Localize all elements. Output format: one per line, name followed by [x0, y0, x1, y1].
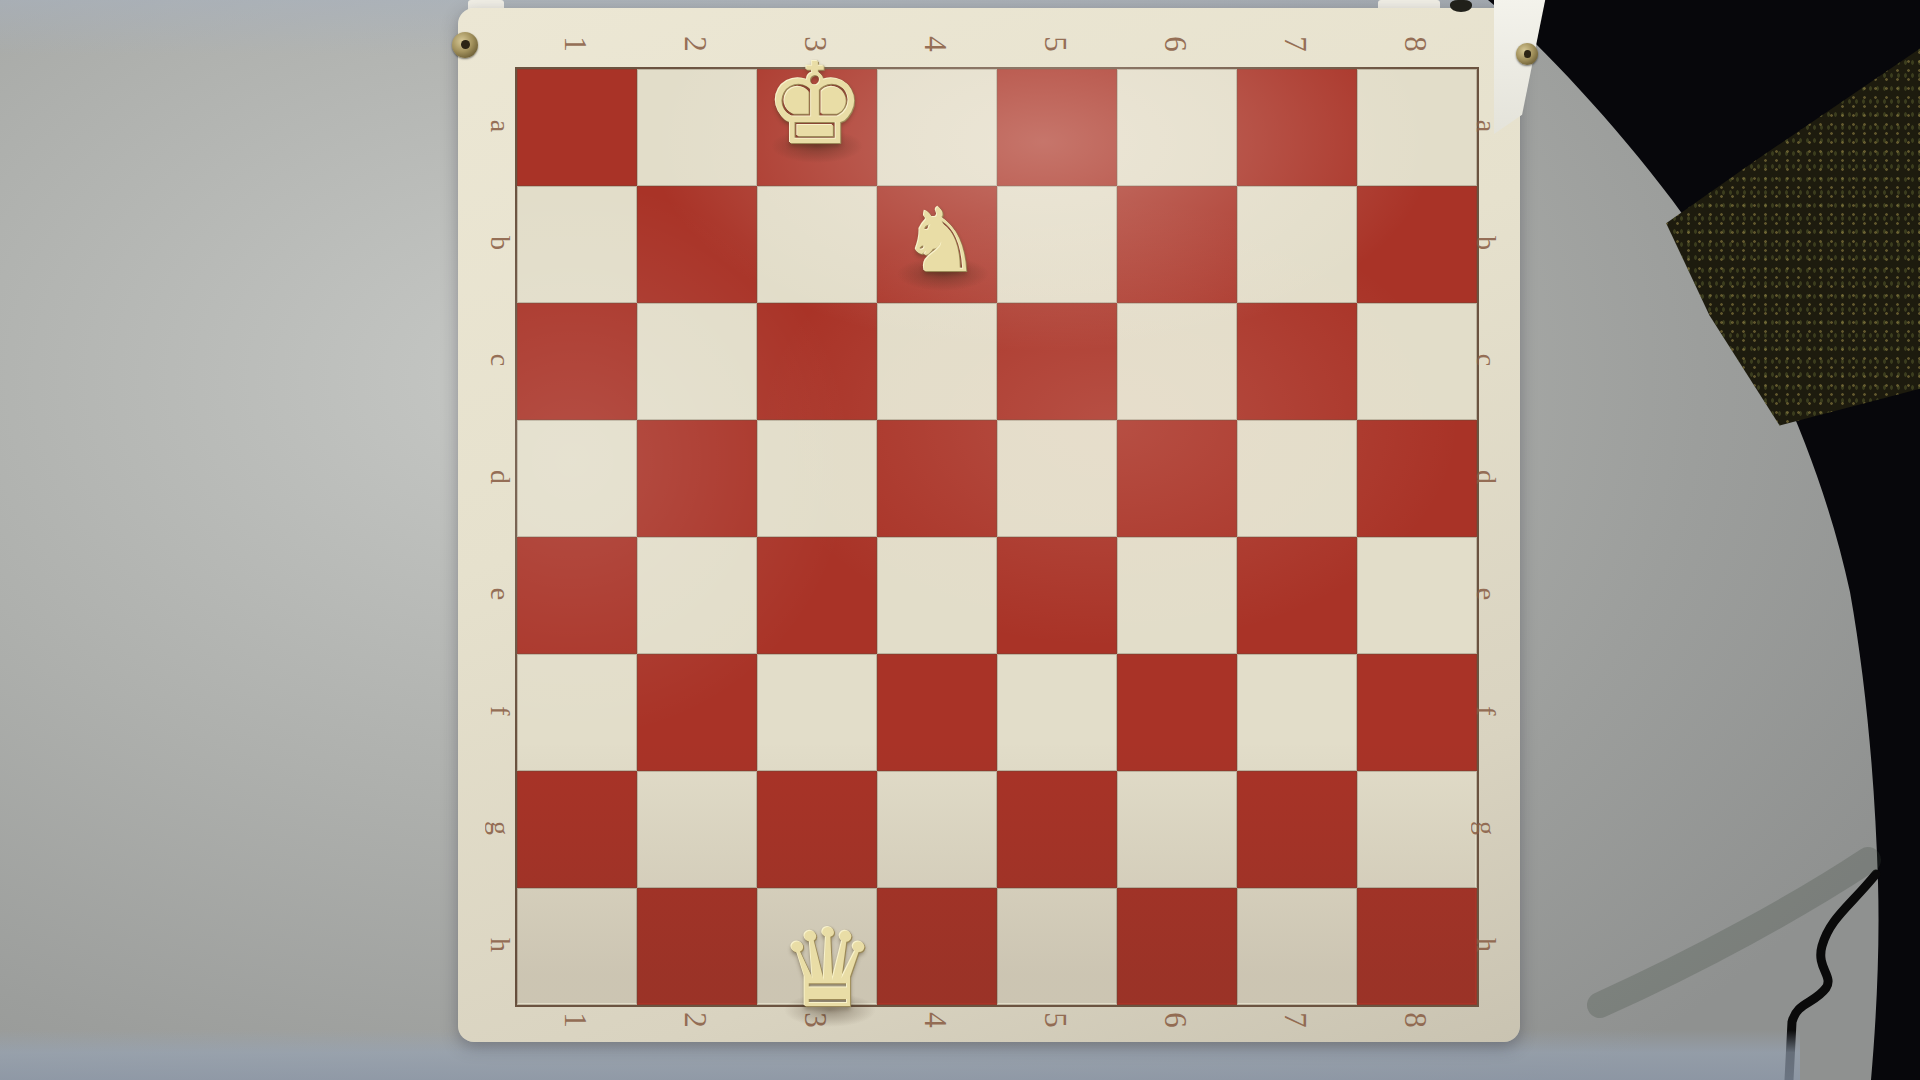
square-d7: [1237, 420, 1357, 537]
square-f7: [1237, 654, 1357, 771]
rank-label-top-7: 7: [1277, 36, 1313, 52]
rank-label-top-1: 1: [557, 36, 593, 52]
square-b2: [637, 186, 757, 303]
rank-label-bottom-6: 6: [1157, 1012, 1193, 1028]
white-king-on-a3: ♚: [765, 48, 865, 160]
square-e1: [517, 537, 637, 654]
square-e3: [757, 537, 877, 654]
file-label-left-a: a: [484, 119, 516, 131]
square-e7: [1237, 537, 1357, 654]
square-b1: [517, 186, 637, 303]
square-d6: [1117, 420, 1237, 537]
square-g7: [1237, 771, 1357, 888]
rank-label-top-6: 6: [1157, 36, 1193, 52]
square-g6: [1117, 771, 1237, 888]
square-d2: [637, 420, 757, 537]
square-d3: [757, 420, 877, 537]
photo-scene: { "game": "chess", "scene_caption": "Ove…: [0, 0, 1920, 1080]
rank-label-bottom-5: 5: [1037, 1012, 1073, 1028]
square-b3: [757, 186, 877, 303]
file-label-right-e: e: [1470, 587, 1502, 599]
brass-tack-top-right: [1516, 43, 1538, 65]
square-a2: [637, 69, 757, 186]
square-d1: [517, 420, 637, 537]
square-a4: [877, 69, 997, 186]
square-a8: [1357, 69, 1477, 186]
square-c4: [877, 303, 997, 420]
square-g3: [757, 771, 877, 888]
square-a7: [1237, 69, 1357, 186]
file-label-left-c: c: [484, 353, 516, 365]
square-b7: [1237, 186, 1357, 303]
chess-board: [515, 67, 1479, 1007]
rank-label-top-8: 8: [1397, 36, 1433, 52]
push-pin-right: [1450, 0, 1472, 12]
square-f5: [997, 654, 1117, 771]
file-label-right-h: h: [1470, 938, 1502, 952]
file-label-right-a: a: [1470, 119, 1502, 131]
file-label-right-d: d: [1470, 470, 1502, 484]
rank-label-top-2: 2: [677, 36, 713, 52]
square-a6: [1117, 69, 1237, 186]
square-g2: [637, 771, 757, 888]
rank-label-bottom-4: 4: [917, 1012, 953, 1028]
square-f3: [757, 654, 877, 771]
square-c2: [637, 303, 757, 420]
square-h6: [1117, 888, 1237, 1005]
square-e6: [1117, 537, 1237, 654]
square-f1: [517, 654, 637, 771]
square-b6: [1117, 186, 1237, 303]
square-e5: [997, 537, 1117, 654]
square-h1: [517, 888, 637, 1005]
rank-label-top-4: 4: [917, 36, 953, 52]
square-b8: [1357, 186, 1477, 303]
file-label-left-d: d: [484, 470, 516, 484]
square-d8: [1357, 420, 1477, 537]
square-h2: [637, 888, 757, 1005]
square-e2: [637, 537, 757, 654]
square-f8: [1357, 654, 1477, 771]
square-c3: [757, 303, 877, 420]
file-label-right-b: b: [1470, 236, 1502, 250]
square-c6: [1117, 303, 1237, 420]
file-label-right-f: f: [1470, 706, 1502, 715]
file-label-left-f: f: [484, 706, 516, 715]
square-d4: [877, 420, 997, 537]
square-g8: [1357, 771, 1477, 888]
white-knight-on-b4: ♞: [902, 197, 981, 285]
brass-tack-top-left: [452, 32, 478, 58]
square-f2: [637, 654, 757, 771]
square-g5: [997, 771, 1117, 888]
square-a5: [997, 69, 1117, 186]
square-h8: [1357, 888, 1477, 1005]
white-queen-on-h3: ♛: [780, 915, 877, 1023]
square-f6: [1117, 654, 1237, 771]
square-c7: [1237, 303, 1357, 420]
rank-label-bottom-2: 2: [677, 1012, 713, 1028]
rank-label-top-5: 5: [1037, 36, 1073, 52]
square-e8: [1357, 537, 1477, 654]
square-b5: [997, 186, 1117, 303]
square-e4: [877, 537, 997, 654]
square-h5: [997, 888, 1117, 1005]
square-h4: [877, 888, 997, 1005]
square-d5: [997, 420, 1117, 537]
file-label-left-g: g: [484, 821, 516, 835]
rank-label-bottom-8: 8: [1397, 1012, 1433, 1028]
square-g1: [517, 771, 637, 888]
rank-label-bottom-1: 1: [557, 1012, 593, 1028]
file-label-left-e: e: [484, 587, 516, 599]
square-f4: [877, 654, 997, 771]
square-a1: [517, 69, 637, 186]
square-c8: [1357, 303, 1477, 420]
square-h7: [1237, 888, 1357, 1005]
file-label-right-g: g: [1470, 821, 1502, 835]
square-g4: [877, 771, 997, 888]
rank-label-bottom-7: 7: [1277, 1012, 1313, 1028]
file-label-left-b: b: [484, 236, 516, 250]
file-label-right-c: c: [1470, 353, 1502, 365]
file-label-left-h: h: [484, 938, 516, 952]
square-c1: [517, 303, 637, 420]
square-c5: [997, 303, 1117, 420]
